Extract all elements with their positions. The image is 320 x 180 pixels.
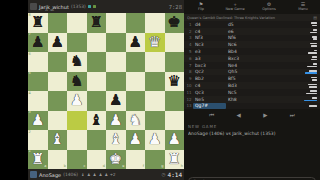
square-d3[interactable]: ♝ [87, 111, 107, 131]
square-d6[interactable] [87, 52, 107, 72]
black-knight-c5[interactable]: ♞ [67, 72, 87, 92]
square-b8[interactable] [48, 13, 68, 33]
square-f3[interactable]: ♞ [126, 111, 146, 131]
square-b7[interactable]: ♟ [48, 33, 68, 53]
coord-file-g: g [161, 165, 163, 169]
square-a1[interactable]: ♜1a [28, 150, 48, 170]
white-time-bar [312, 36, 317, 38]
coord-rank-4: 4 [29, 92, 31, 96]
square-h2[interactable]: ♟ [165, 130, 185, 150]
white-knight-f3[interactable]: ♞ [126, 111, 146, 131]
white-move-san[interactable]: a3 [193, 55, 226, 62]
square-a3[interactable]: ♟3 [28, 111, 48, 131]
white-time-bar [312, 97, 317, 99]
white-bishop-e2[interactable]: ♝ [106, 130, 126, 150]
move-time-bars [259, 84, 320, 88]
white-move-san[interactable]: bxc3 [193, 62, 226, 69]
bottom-player-avatar [30, 171, 37, 178]
bottom-player-clock: 4:14 [168, 171, 182, 178]
black-move-san[interactable]: Ne4 [226, 62, 259, 69]
coord-file-f: f [143, 165, 144, 169]
move-row-3: 3Nf3Nf6 [184, 35, 320, 42]
new-game-label: New Game [225, 8, 244, 12]
square-h6[interactable] [165, 52, 185, 72]
move-time-bars [259, 97, 320, 101]
square-f2[interactable]: ♟ [126, 130, 146, 150]
move-number: 3 [184, 35, 193, 40]
move-number: 11 [184, 90, 193, 95]
move-row-4: 4Nc3Nc6 [184, 41, 320, 48]
move-number: 1 [184, 22, 193, 27]
white-time-bar [313, 63, 317, 65]
white-move-san[interactable]: Nc3 [193, 41, 226, 48]
move-time-bars [259, 90, 320, 94]
move-row-6: 6a3Bxc3 [184, 55, 320, 62]
move-row-7: 7bxc3Ne4 [184, 62, 320, 69]
coord-rank-2: 2 [29, 131, 31, 135]
square-b4[interactable] [48, 91, 68, 111]
square-g5[interactable] [145, 72, 165, 92]
black-time-bar [313, 38, 317, 40]
move-number: 8 [184, 69, 193, 74]
flip-button[interactable]: ⚑Flip [184, 0, 218, 14]
move-time-bars [259, 63, 320, 67]
black-queen-h5[interactable]: ♛ [165, 72, 185, 92]
square-e5[interactable] [106, 72, 126, 92]
white-time-bar [309, 105, 317, 107]
white-move-san[interactable]: c4 [193, 82, 226, 89]
move-number: 12 [184, 97, 193, 102]
white-bishop-b2[interactable]: ♝ [48, 130, 68, 150]
white-queen-g7[interactable]: ♛ [145, 33, 165, 53]
white-pawn-a3[interactable]: ♟ [28, 111, 48, 131]
square-d5[interactable] [87, 72, 107, 92]
square-e3[interactable]: ♟ [106, 111, 126, 131]
replay-controls: ⏮◀▶⏭ [184, 111, 320, 121]
black-rook-a8[interactable]: ♜ [28, 13, 48, 33]
move-number: 4 [184, 42, 193, 47]
square-e1[interactable]: ♚e [106, 150, 126, 170]
board-column: Jarik_wichut (1353) ♘ ♙ ♙ 7:28 ♜8♜♚♟7♟♟♛… [28, 0, 184, 180]
bottom-player-rating: (1406) [63, 172, 78, 177]
top-player-rating: (1353) [71, 4, 86, 9]
move-number: 5 [184, 49, 193, 54]
square-c6[interactable]: ♞ [67, 52, 87, 72]
square-g1[interactable]: g [145, 150, 165, 170]
black-move-san[interactable] [226, 103, 259, 110]
black-move-san[interactable]: Nc5 [226, 89, 259, 96]
panel-toolbar: ⚑Flip＋New Game⚙Options☰Menu [184, 0, 320, 14]
square-h1[interactable]: ♜h [165, 150, 185, 170]
top-player-avatar [30, 3, 37, 10]
white-pawn-f2[interactable]: ♟ [126, 130, 146, 150]
black-move-san[interactable]: Nc6 [226, 41, 259, 48]
square-a4[interactable]: 4 [28, 91, 48, 111]
top-player-clock: 7:28 [169, 4, 182, 10]
material-advantage: +2 [110, 172, 116, 177]
new-game-players[interactable]: AnoSage (1406) vs Jarik_wichut (1353) [188, 131, 316, 136]
move-row-9: 9Bb2Bf5 [184, 75, 320, 82]
black-move-san[interactable]: Kh8 [226, 96, 259, 103]
black-rook-d8[interactable]: ♜ [87, 13, 107, 33]
top-player-bar: Jarik_wichut (1353) ♘ ♙ ♙ 7:28 [28, 0, 184, 13]
clock-icon: ◷ [162, 172, 166, 177]
square-g6[interactable] [145, 52, 165, 72]
square-f7[interactable]: ♟ [126, 33, 146, 53]
new-game-header: NEW GAME [188, 124, 316, 129]
white-time-bar [308, 84, 317, 86]
square-b2[interactable]: ♝ [48, 130, 68, 150]
opening-name: Queen's Gambit Declined: Three Knights V… [187, 16, 311, 20]
move-number: 7 [184, 63, 193, 68]
bottom-player-name: AnoSage [39, 172, 61, 178]
black-move-san[interactable]: e6 [226, 28, 259, 35]
square-f5[interactable] [126, 72, 146, 92]
move-number: 9 [184, 76, 193, 81]
black-pawn-f7[interactable]: ♟ [126, 33, 146, 53]
square-g4[interactable] [145, 91, 165, 111]
square-d1[interactable]: d [87, 150, 107, 170]
move-time-bars [259, 36, 320, 40]
square-h3[interactable] [165, 111, 185, 131]
bottom-player-bar: AnoSage (1406) ♝ ♟ ♟ ♟ ♟ +2 ◷ 4:14 [28, 169, 184, 180]
square-a8[interactable]: ♜8 [28, 13, 48, 33]
square-e7[interactable] [106, 33, 126, 53]
square-b3[interactable] [48, 111, 68, 131]
coord-file-c: c [84, 165, 86, 169]
white-pawn-e3[interactable]: ♟ [106, 111, 126, 131]
move-row-1: 1d4d5 [184, 21, 320, 28]
square-b1[interactable]: b [48, 150, 68, 170]
white-king-e1[interactable]: ♚ [106, 150, 126, 170]
square-g7[interactable]: ♛ [145, 33, 165, 53]
white-time-bar [309, 70, 317, 72]
move-time-bars [259, 70, 320, 74]
side-panel: ⚑Flip＋New Game⚙Options☰Menu Queen's Gamb… [184, 0, 320, 180]
move-list: 1d4d52c4e63Nf3Nf64Nc3Nc65e3Bb46a3Bxc37bx… [184, 21, 320, 109]
square-g3[interactable] [145, 111, 165, 131]
move-row-11: 11Qc3Nc5 [184, 89, 320, 96]
white-pawn-h2[interactable]: ♟ [165, 130, 185, 150]
white-move-san[interactable]: Ne5 [193, 96, 226, 103]
move-time-bars [259, 22, 320, 26]
square-h4[interactable] [165, 91, 185, 111]
square-d7[interactable] [87, 33, 107, 53]
nav-last-icon[interactable]: ⏭ [290, 113, 295, 119]
square-a7[interactable]: ♟7 [28, 33, 48, 53]
nav-first-icon[interactable]: ⏮ [209, 113, 214, 119]
square-e6[interactable] [106, 52, 126, 72]
square-c2[interactable] [67, 130, 87, 150]
menu-button[interactable]: ☰Menu [286, 0, 320, 14]
move-row-13: 13Qg7# [184, 103, 320, 110]
black-move-san[interactable]: Bxc3 [226, 55, 259, 62]
black-knight-c6[interactable]: ♞ [67, 52, 87, 72]
square-c8[interactable] [67, 13, 87, 33]
white-pawn-c4[interactable]: ♟ [67, 91, 87, 111]
top-captured-pieces: ♘ ♙ ♙ [39, 7, 55, 12]
book-icon: ▤ [313, 15, 317, 20]
move-time-bars [259, 43, 320, 47]
black-move-san[interactable]: Bd3 [226, 82, 259, 89]
chat-input[interactable] [188, 177, 316, 180]
white-rook-h1[interactable]: ♜ [165, 150, 185, 170]
square-h8[interactable]: ♚ [165, 13, 185, 33]
square-d2[interactable] [87, 130, 107, 150]
move-time-bars [259, 105, 320, 107]
square-e8[interactable] [106, 13, 126, 33]
white-time-bar [311, 77, 317, 79]
move-row-2: 2c4e6 [184, 28, 320, 35]
square-g2[interactable]: ♟ [145, 130, 165, 150]
move-time-bars [259, 50, 320, 54]
white-move-san[interactable]: Bb2 [193, 75, 226, 82]
black-time-bar [308, 52, 317, 54]
move-number: 13 [184, 103, 193, 108]
black-move-san[interactable]: d5 [226, 21, 259, 28]
nav-prev-icon[interactable]: ◀ [237, 113, 241, 119]
white-move-san[interactable]: d4 [193, 21, 226, 28]
square-c1[interactable]: c [67, 150, 87, 170]
white-move-san[interactable]: Qc2 [193, 69, 226, 76]
square-c4[interactable]: ♟ [67, 91, 87, 111]
white-move-san[interactable]: e3 [193, 48, 226, 55]
options-button[interactable]: ⚙Options [252, 0, 286, 14]
move-number: 2 [184, 29, 193, 34]
white-move-san[interactable]: Qg7# [193, 103, 226, 110]
move-row-8: 8Qc2Qh5 [184, 69, 320, 76]
move-time-bars [259, 29, 320, 33]
white-pawn-g2[interactable]: ♟ [145, 130, 165, 150]
white-rook-a1[interactable]: ♜ [28, 150, 48, 170]
black-king-h8[interactable]: ♚ [165, 13, 185, 33]
black-time-bar [312, 25, 317, 27]
black-time-bar [307, 66, 317, 68]
move-number: 10 [184, 83, 193, 88]
square-f8[interactable] [126, 13, 146, 33]
move-row-10: 10c4Bd3 [184, 82, 320, 89]
black-bishop-d3[interactable]: ♝ [87, 111, 107, 131]
square-b6[interactable] [48, 52, 68, 72]
square-d4[interactable] [87, 91, 107, 111]
black-time-bar [311, 59, 317, 61]
move-row-5: 5e3Bb4 [184, 48, 320, 55]
black-pawn-e4[interactable]: ♟ [106, 91, 126, 111]
move-time-bars [259, 56, 320, 60]
top-player-badge-green [93, 5, 96, 8]
coord-file-b: b [64, 165, 66, 169]
black-move-san[interactable]: Bb4 [226, 48, 259, 55]
square-c3[interactable] [67, 111, 87, 131]
white-time-bar [313, 29, 317, 31]
white-time-bar [312, 56, 317, 58]
black-time-bar [305, 72, 317, 74]
black-time-bar [309, 86, 317, 88]
options-label: Options [262, 8, 276, 12]
black-move-san[interactable]: Bf5 [226, 75, 259, 82]
move-row-12: 12Ne5Kh8 [184, 96, 320, 103]
square-d8[interactable]: ♜ [87, 13, 107, 33]
square-h7[interactable] [165, 33, 185, 53]
nav-next-icon[interactable]: ▶ [263, 113, 267, 119]
opening-bar: Queen's Gambit Declined: Three Knights V… [184, 14, 320, 21]
move-number: 6 [184, 56, 193, 61]
black-pawn-a7[interactable]: ♟ [28, 33, 48, 53]
square-b5[interactable] [48, 72, 68, 92]
black-pawn-b7[interactable]: ♟ [48, 33, 68, 53]
black-time-bar [312, 79, 317, 81]
white-time-bar [311, 22, 317, 24]
white-move-san[interactable]: Qc3 [193, 89, 226, 96]
square-c5[interactable]: ♞ [67, 72, 87, 92]
black-move-san[interactable]: Nf6 [226, 35, 259, 42]
menu-label: Menu [298, 8, 308, 12]
square-a2[interactable]: 2 [28, 130, 48, 150]
new-game-section: NEW GAME AnoSage (1406) vs Jarik_wichut … [184, 124, 320, 136]
square-f6[interactable] [126, 52, 146, 72]
coord-file-d: d [103, 165, 105, 169]
square-e4[interactable]: ♟ [106, 91, 126, 111]
black-time-bar [311, 45, 317, 47]
black-time-bar [310, 32, 317, 34]
white-time-bar [310, 43, 317, 45]
new-game-button[interactable]: ＋New Game [218, 0, 252, 14]
square-h5[interactable]: ♛ [165, 72, 185, 92]
square-e2[interactable]: ♝ [106, 130, 126, 150]
square-a5[interactable]: 5 [28, 72, 48, 92]
black-time-bar [304, 100, 317, 102]
move-time-bars [259, 77, 320, 81]
square-c7[interactable] [67, 33, 87, 53]
top-player-badge-teal [88, 5, 91, 8]
chess-board[interactable]: ♜8♜♚♟7♟♟♛6♞5♞♛4♟♟♟3♝♟♞2♝♝♟♟♟♜1abcd♚efg♜h [28, 13, 184, 169]
chat-box [188, 168, 316, 177]
square-f1[interactable]: f [126, 150, 146, 170]
bottom-captured-pieces: ♝ ♟ ♟ ♟ ♟ [81, 172, 109, 177]
white-time-bar [314, 50, 317, 52]
flip-label: Flip [198, 8, 204, 12]
square-g8[interactable] [145, 13, 165, 33]
black-time-bar [306, 93, 317, 95]
white-time-bar [310, 90, 317, 92]
black-move-san[interactable]: Qh5 [226, 69, 259, 76]
lichess-app-window: Jarik_wichut (1353) ♘ ♙ ♙ 7:28 ♜8♜♚♟7♟♟♛… [0, 0, 320, 180]
coord-rank-6: 6 [29, 53, 31, 57]
square-f4[interactable] [126, 91, 146, 111]
white-move-san[interactable]: Nf3 [193, 35, 226, 42]
square-a6[interactable]: 6 [28, 52, 48, 72]
coord-rank-5: 5 [29, 72, 31, 76]
white-move-san[interactable]: c4 [193, 28, 226, 35]
